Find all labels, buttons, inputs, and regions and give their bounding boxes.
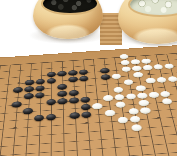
white-stone [137,92,148,99]
white-stone [115,101,126,108]
intersection [6,149,20,156]
white-stone [117,117,128,124]
black-stone [81,111,91,118]
intersection [44,146,57,156]
black-stone [23,108,33,115]
white-stone [113,87,123,93]
white-stone [140,107,151,114]
white-stone [145,78,156,84]
black-stone [12,101,22,108]
black-stone [34,115,44,122]
white-stone [126,93,137,100]
black-stone [57,84,66,90]
black-stone [81,104,91,111]
white-stone [138,100,149,107]
black-stone [69,97,79,104]
black-stone [80,96,90,103]
board-grid [0,50,177,156]
intersection [83,153,97,156]
board-cells [0,50,177,156]
intersection [57,155,70,156]
white-stone [156,77,167,83]
intersection [31,147,44,156]
white-stone [105,110,116,117]
white-stone [167,76,177,82]
black-stone [46,99,56,106]
white-stone [128,108,139,115]
intersection [70,154,83,156]
white-stone [160,91,171,97]
bowl-opening-black-stones [41,0,98,15]
black-stone [46,114,56,121]
black-stone [24,93,34,99]
go-board [0,45,177,156]
black-stone [58,98,68,105]
white-stone [92,103,102,110]
intersection [44,155,57,156]
intersection [172,96,177,104]
white-stone [131,124,143,131]
black-stone [69,112,79,119]
white-stone [136,85,147,91]
white-stone [129,116,140,123]
intersection [18,148,31,156]
white-stone [162,98,173,105]
black-stone [35,92,45,98]
intersection [95,152,109,156]
go-scene [0,0,177,156]
black-stone [58,91,68,97]
white-stone [123,79,133,85]
intersection [170,138,177,148]
white-stone [103,95,113,102]
black-stone [35,85,45,91]
black-stone [69,90,79,96]
white-stone [114,94,125,101]
white-stone [148,92,159,98]
bowl-opening-white-stones [128,0,177,17]
